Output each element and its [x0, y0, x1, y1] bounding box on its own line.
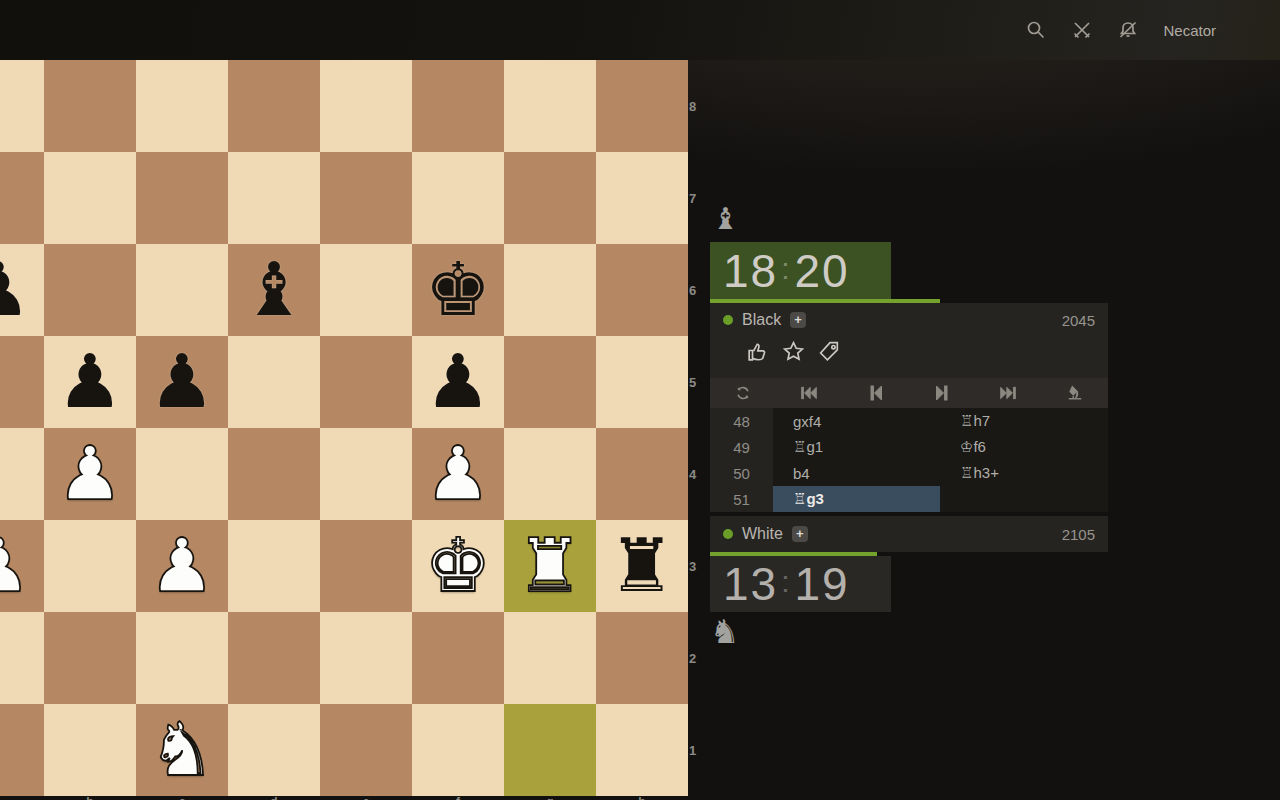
material-diff-bishop-icon: ♝ — [712, 203, 739, 235]
black-player-panel: Black + 2045 — [710, 303, 1108, 378]
square-d1[interactable] — [228, 704, 320, 796]
file-label-g: g — [504, 796, 596, 800]
white-pawn[interactable]: ♟ — [136, 520, 228, 612]
square-b5[interactable]: ♟ — [44, 336, 136, 428]
move-48-white[interactable]: gxf4 — [773, 408, 940, 434]
white-pawn[interactable]: ♟ — [0, 520, 44, 612]
file-label-c: c — [136, 796, 228, 800]
move-number: 48 — [710, 408, 773, 434]
black-player-rating: 2045 — [1062, 312, 1095, 329]
moves-panel: 48gxf4♖h749♖g1♔f650b4♖h3+51♖g3 — [710, 378, 1108, 512]
square-d5[interactable] — [228, 336, 320, 428]
square-e1[interactable] — [320, 704, 412, 796]
black-pawn[interactable]: ♟ — [412, 336, 504, 428]
square-a4[interactable] — [0, 428, 44, 520]
chess-board: ♟♝♚♟♟♟♟♟♟♟♚♜♜♞ — [0, 60, 688, 796]
square-d4[interactable] — [228, 428, 320, 520]
analysis-microscope-icon[interactable] — [1042, 378, 1108, 408]
white-rook[interactable]: ♜ — [504, 520, 596, 612]
rank-label-5: 5 — [689, 336, 705, 428]
square-f1[interactable] — [412, 704, 504, 796]
square-e4[interactable] — [320, 428, 412, 520]
white-clock-seconds: 19 — [795, 557, 850, 611]
white-clock: 13:19 — [710, 556, 891, 612]
move-number: 50 — [710, 460, 773, 486]
square-e6[interactable] — [320, 244, 412, 336]
square-g7[interactable] — [504, 152, 596, 244]
square-g3[interactable]: ♜ — [504, 520, 596, 612]
black-clock: 18:20 — [710, 242, 891, 299]
square-f8[interactable] — [412, 60, 504, 152]
move-48-black[interactable]: ♖h7 — [940, 408, 1108, 434]
black-pawn[interactable]: ♟ — [136, 336, 228, 428]
square-h6[interactable] — [596, 244, 688, 336]
black-king[interactable]: ♚ — [412, 244, 504, 336]
previous-move-icon[interactable] — [843, 378, 909, 408]
white-player-panel: White + 2105 — [710, 516, 1108, 552]
move-51-white[interactable]: ♖g3 — [773, 486, 940, 512]
white-player-name: White — [742, 525, 783, 543]
move-number: 49 — [710, 434, 773, 460]
square-c2[interactable] — [136, 612, 228, 704]
file-label-f: f — [412, 796, 504, 800]
square-h7[interactable] — [596, 152, 688, 244]
white-knight[interactable]: ♞ — [136, 704, 228, 796]
square-a7[interactable] — [0, 152, 44, 244]
square-d3[interactable] — [228, 520, 320, 612]
square-a6[interactable]: ♟ — [0, 244, 44, 336]
material-diff-knight-icon: ♞ — [710, 616, 740, 648]
move-number: 51 — [710, 486, 773, 512]
square-c8[interactable] — [136, 60, 228, 152]
square-g4[interactable] — [504, 428, 596, 520]
thumbs-up-icon[interactable] — [745, 339, 770, 364]
board-grid: ♟♝♚♟♟♟♟♟♟♟♚♜♜♞ — [0, 60, 688, 796]
square-h4[interactable] — [596, 428, 688, 520]
move-50-black[interactable]: ♖h3+ — [940, 460, 1108, 486]
square-c7[interactable] — [136, 152, 228, 244]
white-king[interactable]: ♚ — [412, 520, 504, 612]
square-h5[interactable] — [596, 336, 688, 428]
square-d6[interactable]: ♝ — [228, 244, 320, 336]
square-e3[interactable] — [320, 520, 412, 612]
square-h8[interactable] — [596, 60, 688, 152]
rank-labels: 87654321 — [689, 60, 705, 796]
clock-separator: : — [778, 565, 794, 599]
square-c5[interactable]: ♟ — [136, 336, 228, 428]
square-c4[interactable] — [136, 428, 228, 520]
square-g8[interactable] — [504, 60, 596, 152]
black-player-name: Black — [742, 311, 781, 329]
square-d7[interactable] — [228, 152, 320, 244]
black-pawn[interactable]: ♟ — [44, 336, 136, 428]
white-online-dot — [723, 529, 733, 539]
black-follow-button[interactable]: + — [790, 312, 806, 328]
white-pawn[interactable]: ♟ — [412, 428, 504, 520]
black-clock-minutes: 18 — [723, 244, 778, 298]
square-b1[interactable] — [44, 704, 136, 796]
square-e5[interactable] — [320, 336, 412, 428]
move-49-white[interactable]: ♖g1 — [773, 434, 940, 460]
file-label-b: b — [44, 796, 136, 800]
file-label-d: d — [228, 796, 320, 800]
square-c1[interactable]: ♞ — [136, 704, 228, 796]
square-b4[interactable]: ♟ — [44, 428, 136, 520]
mute-bell-icon[interactable] — [1117, 19, 1139, 41]
square-a5[interactable] — [0, 336, 44, 428]
square-h1[interactable] — [596, 704, 688, 796]
square-d8[interactable] — [228, 60, 320, 152]
move-50-white[interactable]: b4 — [773, 460, 940, 486]
square-f6[interactable]: ♚ — [412, 244, 504, 336]
rank-label-1: 1 — [689, 704, 705, 796]
square-b8[interactable] — [44, 60, 136, 152]
move-list: 48gxf4♖h749♖g1♔f650b4♖h3+51♖g3 — [710, 408, 1108, 512]
square-c3[interactable]: ♟ — [136, 520, 228, 612]
rank-label-4: 4 — [689, 428, 705, 520]
last-move-icon[interactable] — [975, 378, 1041, 408]
square-g2[interactable] — [504, 612, 596, 704]
square-a1[interactable] — [0, 704, 44, 796]
crossed-swords-icon[interactable] — [1071, 19, 1093, 41]
tag-icon[interactable] — [817, 339, 842, 364]
square-g1[interactable] — [504, 704, 596, 796]
square-f3[interactable]: ♚ — [412, 520, 504, 612]
file-label-h: h — [596, 796, 688, 800]
square-f7[interactable] — [412, 152, 504, 244]
square-h3[interactable]: ♜ — [596, 520, 688, 612]
rank-label-7: 7 — [689, 152, 705, 244]
move-51-black — [940, 486, 1108, 512]
file-labels: abcdefgh — [0, 796, 688, 800]
square-c6[interactable] — [136, 244, 228, 336]
black-online-dot — [723, 315, 733, 325]
black-clock-seconds: 20 — [795, 244, 850, 298]
top-header: Necator — [0, 0, 1280, 60]
square-e2[interactable] — [320, 612, 412, 704]
move-49-black[interactable]: ♔f6 — [940, 434, 1108, 460]
rank-label-8: 8 — [689, 60, 705, 152]
file-label-a: a — [0, 796, 44, 800]
square-g5[interactable] — [504, 336, 596, 428]
white-pawn[interactable]: ♟ — [44, 428, 136, 520]
file-label-e: e — [320, 796, 412, 800]
square-b3[interactable] — [44, 520, 136, 612]
next-move-icon[interactable] — [909, 378, 975, 408]
cycle-icon[interactable] — [710, 378, 776, 408]
white-follow-button[interactable]: + — [792, 526, 808, 542]
replay-toolbar — [710, 378, 1108, 408]
black-bishop[interactable]: ♝ — [228, 244, 320, 336]
square-f4[interactable]: ♟ — [412, 428, 504, 520]
white-player-rating: 2105 — [1062, 526, 1095, 543]
square-e8[interactable] — [320, 60, 412, 152]
square-a8[interactable] — [0, 60, 44, 152]
first-move-icon[interactable] — [776, 378, 842, 408]
square-b6[interactable] — [44, 244, 136, 336]
square-h2[interactable] — [596, 612, 688, 704]
square-g6[interactable] — [504, 244, 596, 336]
black-pawn[interactable]: ♟ — [0, 244, 44, 336]
rank-label-3: 3 — [689, 520, 705, 612]
search-icon[interactable] — [1025, 19, 1047, 41]
rank-label-6: 6 — [689, 244, 705, 336]
rank-label-2: 2 — [689, 612, 705, 704]
username[interactable]: Necator — [1163, 22, 1216, 39]
square-a3[interactable]: ♟ — [0, 520, 44, 612]
square-d2[interactable] — [228, 612, 320, 704]
clock-separator: : — [778, 252, 794, 286]
black-rook[interactable]: ♜ — [596, 520, 688, 612]
white-clock-minutes: 13 — [723, 557, 778, 611]
square-b2[interactable] — [44, 612, 136, 704]
square-a2[interactable] — [0, 612, 44, 704]
square-b7[interactable] — [44, 152, 136, 244]
square-e7[interactable] — [320, 152, 412, 244]
star-icon[interactable] — [781, 339, 806, 364]
square-f2[interactable] — [412, 612, 504, 704]
square-f5[interactable]: ♟ — [412, 336, 504, 428]
